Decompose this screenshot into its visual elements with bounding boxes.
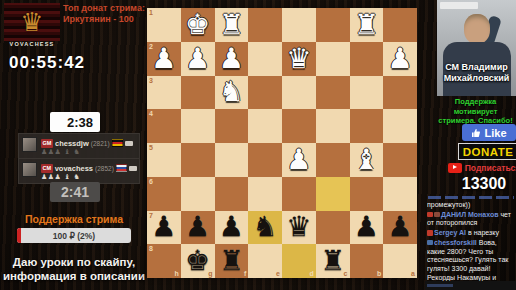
square-b1[interactable]: ♜ [350, 8, 384, 42]
square-h3[interactable]: 3 [147, 76, 181, 110]
chat-panel[interactable]: промежуток))ДАНИЛ Монахов чет от потороп… [427, 201, 516, 281]
rank-label-4: 4 [149, 110, 153, 117]
rank-label-5: 5 [149, 144, 153, 151]
player-rating: (2852) [95, 165, 114, 172]
square-d6[interactable] [282, 177, 316, 211]
square-b2[interactable] [350, 42, 384, 76]
donation-progress-label: 100 ₽ (2%) [17, 228, 131, 243]
membership-icon [129, 166, 137, 171]
file-label-b: b [377, 270, 381, 277]
rank-label-8: 8 [149, 245, 153, 252]
player-name-line: CM vovachess (2852) [41, 161, 139, 173]
chat-message: Sergey Al в нарезку [427, 229, 516, 238]
chat-message: chessforskill Вова, какие 2800? Чего ты … [427, 239, 516, 281]
chat-username: ДАНИЛ Монахов [441, 211, 500, 218]
wrench-badge-icon [434, 212, 440, 218]
chat-username: chessforskill [434, 239, 479, 246]
white-piece-a2: ♟ [383, 42, 417, 76]
square-c1[interactable] [316, 8, 350, 42]
title-badge: CM [41, 164, 53, 173]
white-piece-b5: ♝ [350, 143, 384, 177]
square-a8[interactable]: a [383, 244, 417, 278]
stream-overlay: ♛ VOVACHESS Топ донат стрима: Иркутянин … [0, 0, 516, 290]
ru-flag-icon [116, 164, 127, 172]
player-row-chessdjw: GM chessdjw (2821)♟♟♟ ♝ ♞ [19, 134, 139, 159]
square-d5[interactable]: ♟ [282, 143, 316, 177]
subscribe-button[interactable]: Подписаться [452, 160, 516, 175]
square-f1[interactable]: ♜ [215, 8, 249, 42]
square-e3[interactable] [248, 76, 282, 110]
white-piece-f2: ♟ [215, 42, 249, 76]
streamer-head [464, 14, 490, 44]
avatar [22, 137, 37, 152]
square-a3[interactable] [383, 76, 417, 110]
square-c2[interactable] [316, 42, 350, 76]
square-c8[interactable]: c♜ [316, 244, 350, 278]
top-donation-label: Топ донат стрима: [63, 3, 153, 14]
avatar [22, 162, 37, 177]
white-piece-b1: ♜ [350, 8, 384, 42]
streamer-name: СМ Владимир Михайловский [437, 62, 516, 84]
square-f3[interactable]: ♞ [215, 76, 249, 110]
square-b3[interactable] [350, 76, 384, 110]
square-e4[interactable] [248, 109, 282, 143]
channel-logo: ♛ [4, 3, 60, 41]
black-piece-g7: ♟ [181, 211, 215, 245]
file-label-h: h [174, 270, 178, 277]
square-g2[interactable]: ♟ [181, 42, 215, 76]
streamer-name-line2: Михайловский [437, 73, 516, 84]
square-h2[interactable]: 2♟ [147, 42, 181, 76]
white-piece-f3: ♞ [215, 76, 249, 110]
square-h8[interactable]: 8h [147, 244, 181, 278]
chat-text: промежуток)) [427, 201, 470, 208]
square-g3[interactable] [181, 76, 215, 110]
lessons-promo-line1: Даю уроки по скайпу, [0, 255, 148, 269]
white-piece-f1: ♜ [215, 8, 249, 42]
player-name: chessdjw [53, 139, 91, 148]
chat-input-hint [427, 284, 453, 287]
file-label-f: f [244, 270, 246, 277]
stream-timer: 00:55:42 [9, 53, 85, 73]
support-thanks-text: Поддержка мотивирует стримера. Спасибо! [435, 97, 516, 126]
square-d1[interactable] [282, 8, 316, 42]
chat-input-bar[interactable] [425, 281, 516, 290]
square-g5[interactable] [181, 143, 215, 177]
rank-label-2: 2 [149, 43, 153, 50]
donate-button[interactable]: DONATE [458, 143, 516, 160]
square-d2[interactable]: ♛ [282, 42, 316, 76]
square-e8[interactable]: e [248, 244, 282, 278]
square-g4[interactable] [181, 109, 215, 143]
rank-label-7: 7 [149, 212, 153, 219]
square-e7[interactable]: ♞ [248, 211, 282, 245]
top-donation: Топ донат стрима: Иркутянин - 100 [63, 3, 153, 24]
de-flag-icon [112, 139, 123, 147]
chat-username: Sergey Al [434, 229, 468, 236]
player-name: vovachess [53, 164, 96, 173]
square-a6[interactable] [383, 177, 417, 211]
channel-logo-label: VOVACHESS [4, 41, 60, 47]
black-piece-f7: ♟ [215, 211, 249, 245]
square-h1[interactable]: 1 [147, 8, 181, 42]
mod-badge-icon [427, 212, 433, 218]
streamer-name-line1: СМ Владимир [437, 62, 516, 73]
support-thanks-line1: Поддержка мотивирует [435, 97, 516, 116]
support-title: Поддержка стрима [17, 213, 131, 225]
square-f2[interactable]: ♟ [215, 42, 249, 76]
square-h6[interactable]: 6 [147, 177, 181, 211]
black-piece-b7: ♟ [350, 211, 384, 245]
square-b5[interactable]: ♝ [350, 143, 384, 177]
square-b4[interactable] [350, 109, 384, 143]
square-f6[interactable] [215, 177, 249, 211]
clipped-chat-line [428, 196, 514, 199]
square-d4[interactable] [282, 109, 316, 143]
players-panel: GM chessdjw (2821)♟♟♟ ♝ ♞CM vovachess (2… [18, 133, 140, 184]
square-a2[interactable]: ♟ [383, 42, 417, 76]
file-label-d: d [309, 270, 313, 277]
file-label-e: e [276, 270, 280, 277]
title-badge: GM [41, 139, 53, 148]
square-a1[interactable] [383, 8, 417, 42]
square-h5[interactable]: 5 [147, 143, 181, 177]
square-h4[interactable]: 4 [147, 109, 181, 143]
square-g1[interactable]: ♚ [181, 8, 215, 42]
donation-progress-bar: 100 ₽ (2%) [17, 228, 131, 243]
black-piece-d7: ♛ [282, 211, 316, 245]
white-player-clock: 2:38 [50, 112, 100, 132]
square-c4[interactable] [316, 109, 350, 143]
membership-icon [125, 141, 133, 146]
square-g7[interactable]: ♟ [181, 211, 215, 245]
donate-button-label: DONATE [463, 146, 514, 158]
white-piece-g1: ♚ [181, 8, 215, 42]
square-c7[interactable] [316, 211, 350, 245]
rank-label-1: 1 [149, 9, 153, 16]
square-a4[interactable] [383, 109, 417, 143]
thumbs-up-icon [471, 128, 481, 138]
top-donation-value: Иркутянин - 100 [63, 14, 153, 25]
square-h7[interactable]: 7♟ [147, 211, 181, 245]
square-d3[interactable] [282, 76, 316, 110]
captured-pieces: ♟♟♟ ♝ ♞ [41, 148, 139, 156]
white-piece-d2: ♛ [282, 42, 316, 76]
youtube-play-icon [448, 163, 462, 173]
square-c3[interactable] [316, 76, 350, 110]
square-b6[interactable] [350, 177, 384, 211]
player-row-vovachess: CM vovachess (2852)♟♟♟ ♝ ♞ [19, 159, 139, 183]
chess-board[interactable]: 1♚♜♜2♟♟♟♛♟3♞45♟♝67♟♟♟♞♛♟♟8hg♚f♜edc♜ba [147, 8, 417, 278]
square-c5[interactable] [316, 143, 350, 177]
mod-badge-icon [427, 230, 433, 236]
subscriber-count: 13300 [452, 175, 516, 193]
like-button-label: Like [484, 127, 506, 139]
square-g8[interactable]: g♚ [181, 244, 215, 278]
square-f8[interactable]: f♜ [215, 244, 249, 278]
square-b8[interactable]: b [350, 244, 384, 278]
like-button[interactable]: Like [462, 124, 516, 141]
square-a7[interactable]: ♟ [383, 211, 417, 245]
chat-message: ДАНИЛ Монахов чет от поторопился [427, 211, 516, 228]
file-label-a: a [411, 270, 415, 277]
square-c6[interactable] [316, 177, 350, 211]
captured-pieces: ♟♟♟ ♝ ♞ [41, 173, 139, 181]
black-piece-e7: ♞ [248, 211, 282, 245]
file-label-g: g [208, 270, 212, 277]
square-a5[interactable] [383, 143, 417, 177]
black-piece-a7: ♟ [383, 211, 417, 245]
file-label-c: c [344, 270, 348, 277]
square-e1[interactable] [248, 8, 282, 42]
rank-label-3: 3 [149, 77, 153, 84]
lessons-promo: Даю уроки по скайпу, информация в описан… [0, 255, 148, 283]
chat-text: в нарезку [468, 229, 499, 236]
rank-label-6: 6 [149, 178, 153, 185]
square-f4[interactable] [215, 109, 249, 143]
square-e6[interactable] [248, 177, 282, 211]
member-badge-icon [427, 240, 433, 246]
square-d7[interactable]: ♛ [282, 211, 316, 245]
square-d8[interactable]: d [282, 244, 316, 278]
lessons-promo-line2: информация в описании [0, 269, 148, 283]
subscribe-button-label: Подписаться [465, 163, 516, 173]
square-e5[interactable] [248, 143, 282, 177]
white-piece-g2: ♟ [181, 42, 215, 76]
square-f7[interactable]: ♟ [215, 211, 249, 245]
queen-icon: ♛ [20, 3, 43, 41]
white-piece-d5: ♟ [282, 143, 316, 177]
square-e2[interactable] [248, 42, 282, 76]
square-b7[interactable]: ♟ [350, 211, 384, 245]
chat-message: промежуток)) [427, 201, 516, 210]
webcam-watermark [440, 2, 478, 9]
square-g6[interactable] [181, 177, 215, 211]
player-name-line: GM chessdjw (2821) [41, 136, 139, 148]
player-rating: (2821) [91, 140, 110, 147]
black-player-clock: 2:41 [50, 182, 100, 202]
square-f5[interactable] [215, 143, 249, 177]
